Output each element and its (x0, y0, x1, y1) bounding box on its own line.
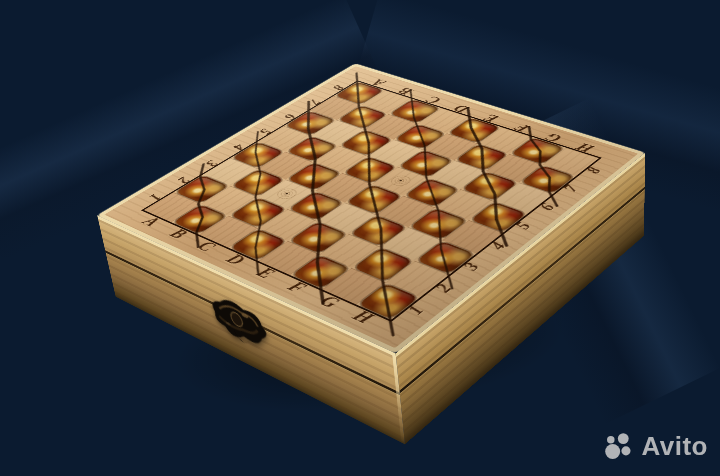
photo-stage: ABCDEFGH ABCDEFGH 87654321 87654321 (0, 0, 720, 476)
square-f5 (403, 178, 461, 208)
square-f4 (376, 196, 435, 227)
square-d1 (228, 228, 288, 261)
square-e4 (345, 184, 403, 214)
coord-file-c: C (182, 234, 230, 260)
square-d2 (258, 209, 317, 241)
square-c1 (199, 215, 258, 247)
square-d3 (287, 191, 345, 222)
square-h3 (414, 240, 476, 275)
square-h4 (442, 220, 503, 253)
square-c2 (229, 197, 287, 228)
square-f3 (348, 214, 408, 247)
square-b1 (171, 204, 229, 235)
square-g6 (461, 171, 519, 201)
square-h5 (468, 201, 528, 233)
square-e1 (258, 241, 319, 275)
square-h6 (494, 182, 553, 213)
coord-file-b: B (155, 221, 202, 246)
square-g1 (322, 268, 386, 305)
square-g5 (435, 189, 494, 220)
square-e3 (317, 202, 376, 234)
square-h2 (386, 261, 450, 297)
square-g4 (408, 208, 468, 240)
avito-watermark-text: Avito (641, 431, 708, 462)
coord-file-g: G (303, 287, 356, 316)
square-h1 (356, 282, 421, 320)
avito-watermark: Avito (604, 431, 708, 462)
coord-file-d: D (211, 246, 260, 273)
avito-logo-icon (604, 433, 634, 460)
square-f2 (320, 234, 381, 268)
coord-file-f: F (271, 273, 323, 301)
square-e2 (288, 221, 348, 254)
square-h7 (519, 165, 577, 195)
coord-file-a: A (128, 210, 174, 234)
coord-file-e: E (241, 259, 292, 286)
square-f1 (290, 254, 352, 289)
square-g3 (381, 227, 442, 261)
coord-file-h: H (336, 302, 390, 333)
square-g2 (352, 247, 414, 282)
